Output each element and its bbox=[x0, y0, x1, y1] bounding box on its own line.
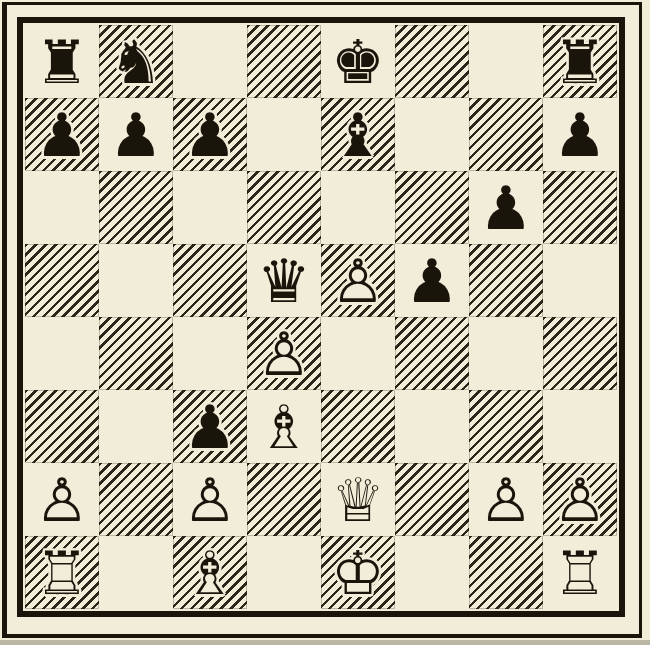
square-e4 bbox=[321, 317, 395, 390]
square-h3 bbox=[543, 390, 617, 463]
square-a1: ♜♖ bbox=[25, 536, 99, 609]
piece-black-pawn: ♟♟ bbox=[543, 98, 617, 171]
square-b4 bbox=[99, 317, 173, 390]
square-f8 bbox=[395, 25, 469, 98]
piece-black-king: ♚♚ bbox=[321, 25, 395, 98]
square-h2: ♟♙ bbox=[543, 463, 617, 536]
square-h5 bbox=[543, 244, 617, 317]
square-c1: ♝♗ bbox=[173, 536, 247, 609]
piece-black-pawn: ♟♟ bbox=[469, 171, 543, 244]
piece-black-pawn: ♟♟ bbox=[25, 98, 99, 171]
piece-white-pawn: ♟♙ bbox=[173, 463, 247, 536]
square-h7: ♟♟ bbox=[543, 98, 617, 171]
square-a6 bbox=[25, 171, 99, 244]
square-f4 bbox=[395, 317, 469, 390]
square-a4 bbox=[25, 317, 99, 390]
piece-black-rook: ♜♜ bbox=[25, 25, 99, 98]
piece-black-knight: ♞♞ bbox=[99, 25, 173, 98]
piece-white-pawn: ♟♙ bbox=[543, 463, 617, 536]
chess-board: ♜♜♞♞♚♚♜♜♟♟♟♟♟♟♝♝♟♟♟♟♛♛♟♙♟♟♟♙♟♟♝♗♟♙♟♙♛♕♟♙… bbox=[25, 25, 617, 609]
piece-black-rook: ♜♜ bbox=[543, 25, 617, 98]
square-d7 bbox=[247, 98, 321, 171]
square-e1: ♚♔ bbox=[321, 536, 395, 609]
square-e8: ♚♚ bbox=[321, 25, 395, 98]
square-f3 bbox=[395, 390, 469, 463]
square-h1: ♜♖ bbox=[543, 536, 617, 609]
square-d8 bbox=[247, 25, 321, 98]
piece-white-pawn: ♟♙ bbox=[469, 463, 543, 536]
square-b6 bbox=[99, 171, 173, 244]
square-d4: ♟♙ bbox=[247, 317, 321, 390]
piece-white-king: ♚♔ bbox=[321, 536, 395, 609]
square-g4 bbox=[469, 317, 543, 390]
square-e6 bbox=[321, 171, 395, 244]
square-f5: ♟♟ bbox=[395, 244, 469, 317]
square-b1 bbox=[99, 536, 173, 609]
piece-black-pawn: ♟♟ bbox=[173, 390, 247, 463]
piece-white-pawn: ♟♙ bbox=[247, 317, 321, 390]
piece-black-queen: ♛♛ bbox=[247, 244, 321, 317]
square-f6 bbox=[395, 171, 469, 244]
square-g3 bbox=[469, 390, 543, 463]
square-c3: ♟♟ bbox=[173, 390, 247, 463]
piece-white-rook: ♜♖ bbox=[25, 536, 99, 609]
square-d1 bbox=[247, 536, 321, 609]
piece-white-bishop: ♝♗ bbox=[247, 390, 321, 463]
piece-white-queen: ♛♕ bbox=[321, 463, 395, 536]
square-a2: ♟♙ bbox=[25, 463, 99, 536]
square-f1 bbox=[395, 536, 469, 609]
square-b8: ♞♞ bbox=[99, 25, 173, 98]
square-f2 bbox=[395, 463, 469, 536]
square-g8 bbox=[469, 25, 543, 98]
square-a5 bbox=[25, 244, 99, 317]
square-g5 bbox=[469, 244, 543, 317]
square-d3: ♝♗ bbox=[247, 390, 321, 463]
square-c6 bbox=[173, 171, 247, 244]
square-f7 bbox=[395, 98, 469, 171]
square-h4 bbox=[543, 317, 617, 390]
square-b7: ♟♟ bbox=[99, 98, 173, 171]
piece-white-pawn: ♟♙ bbox=[25, 463, 99, 536]
square-b5 bbox=[99, 244, 173, 317]
piece-black-pawn: ♟♟ bbox=[173, 98, 247, 171]
square-d2 bbox=[247, 463, 321, 536]
page-scan-shadow bbox=[0, 640, 650, 645]
piece-black-pawn: ♟♟ bbox=[395, 244, 469, 317]
square-e2: ♛♕ bbox=[321, 463, 395, 536]
square-c4 bbox=[173, 317, 247, 390]
square-e7: ♝♝ bbox=[321, 98, 395, 171]
square-d5: ♛♛ bbox=[247, 244, 321, 317]
square-c5 bbox=[173, 244, 247, 317]
piece-white-rook: ♜♖ bbox=[543, 536, 617, 609]
square-g2: ♟♙ bbox=[469, 463, 543, 536]
square-c2: ♟♙ bbox=[173, 463, 247, 536]
square-a3 bbox=[25, 390, 99, 463]
square-g7 bbox=[469, 98, 543, 171]
piece-black-pawn: ♟♟ bbox=[99, 98, 173, 171]
square-b3 bbox=[99, 390, 173, 463]
piece-black-bishop: ♝♝ bbox=[321, 98, 395, 171]
board-frame: ♜♜♞♞♚♚♜♜♟♟♟♟♟♟♝♝♟♟♟♟♛♛♟♙♟♟♟♙♟♟♝♗♟♙♟♙♛♕♟♙… bbox=[17, 17, 625, 617]
piece-white-bishop: ♝♗ bbox=[173, 536, 247, 609]
square-c7: ♟♟ bbox=[173, 98, 247, 171]
square-b2 bbox=[99, 463, 173, 536]
square-a7: ♟♟ bbox=[25, 98, 99, 171]
square-d6 bbox=[247, 171, 321, 244]
square-e3 bbox=[321, 390, 395, 463]
square-h8: ♜♜ bbox=[543, 25, 617, 98]
square-a8: ♜♜ bbox=[25, 25, 99, 98]
square-e5: ♟♙ bbox=[321, 244, 395, 317]
square-c8 bbox=[173, 25, 247, 98]
square-g1 bbox=[469, 536, 543, 609]
piece-white-pawn: ♟♙ bbox=[321, 244, 395, 317]
square-h6 bbox=[543, 171, 617, 244]
square-g6: ♟♟ bbox=[469, 171, 543, 244]
